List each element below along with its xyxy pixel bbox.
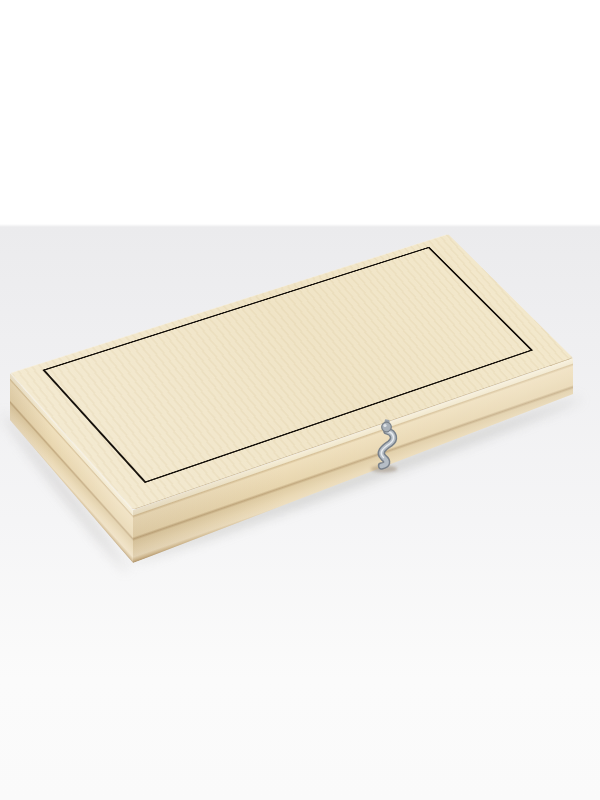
clasp-screw xyxy=(382,422,392,432)
metal-clasp xyxy=(364,418,408,476)
product-photo xyxy=(0,0,600,800)
